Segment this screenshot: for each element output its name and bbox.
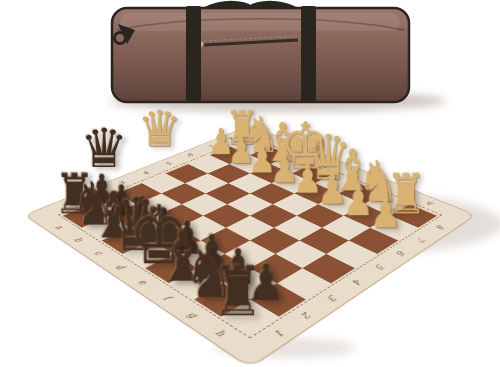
bag-highlight <box>120 13 400 31</box>
bag-strap-left <box>186 6 201 102</box>
extra-queen-dark[interactable]: ♛ <box>80 122 128 176</box>
piece-light-pawn[interactable]: ♟ <box>369 192 401 233</box>
product-photo-scene: abcdefgh abcdefgh 87654321 87654321 ♜♞♝♚… <box>0 0 500 367</box>
chess-bag <box>112 5 409 102</box>
piece-dark-rook[interactable]: ♜ <box>212 259 263 325</box>
bag-strap-right <box>301 6 316 102</box>
extra-queen-light[interactable]: ♛ <box>137 104 182 154</box>
